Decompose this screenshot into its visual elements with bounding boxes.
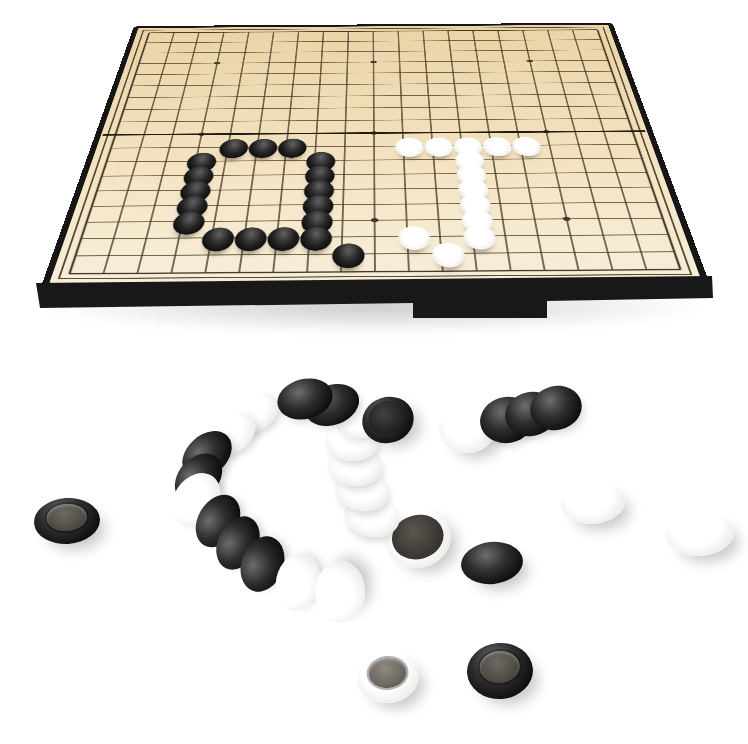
loose-stone-black (465, 641, 535, 701)
magnet-inset (367, 656, 408, 690)
stone-face (364, 396, 411, 439)
magnet-inset (478, 649, 521, 684)
loose-stones-area (0, 0, 748, 744)
loose-stone-black (459, 539, 525, 587)
loose-stone-white (559, 479, 626, 526)
loose-stone-white (354, 648, 421, 706)
loose-stone-white (314, 560, 366, 624)
product-photo (0, 0, 748, 744)
loose-stone-black (32, 496, 101, 546)
magnet-inset (45, 503, 88, 532)
loose-stone-white (665, 510, 736, 559)
